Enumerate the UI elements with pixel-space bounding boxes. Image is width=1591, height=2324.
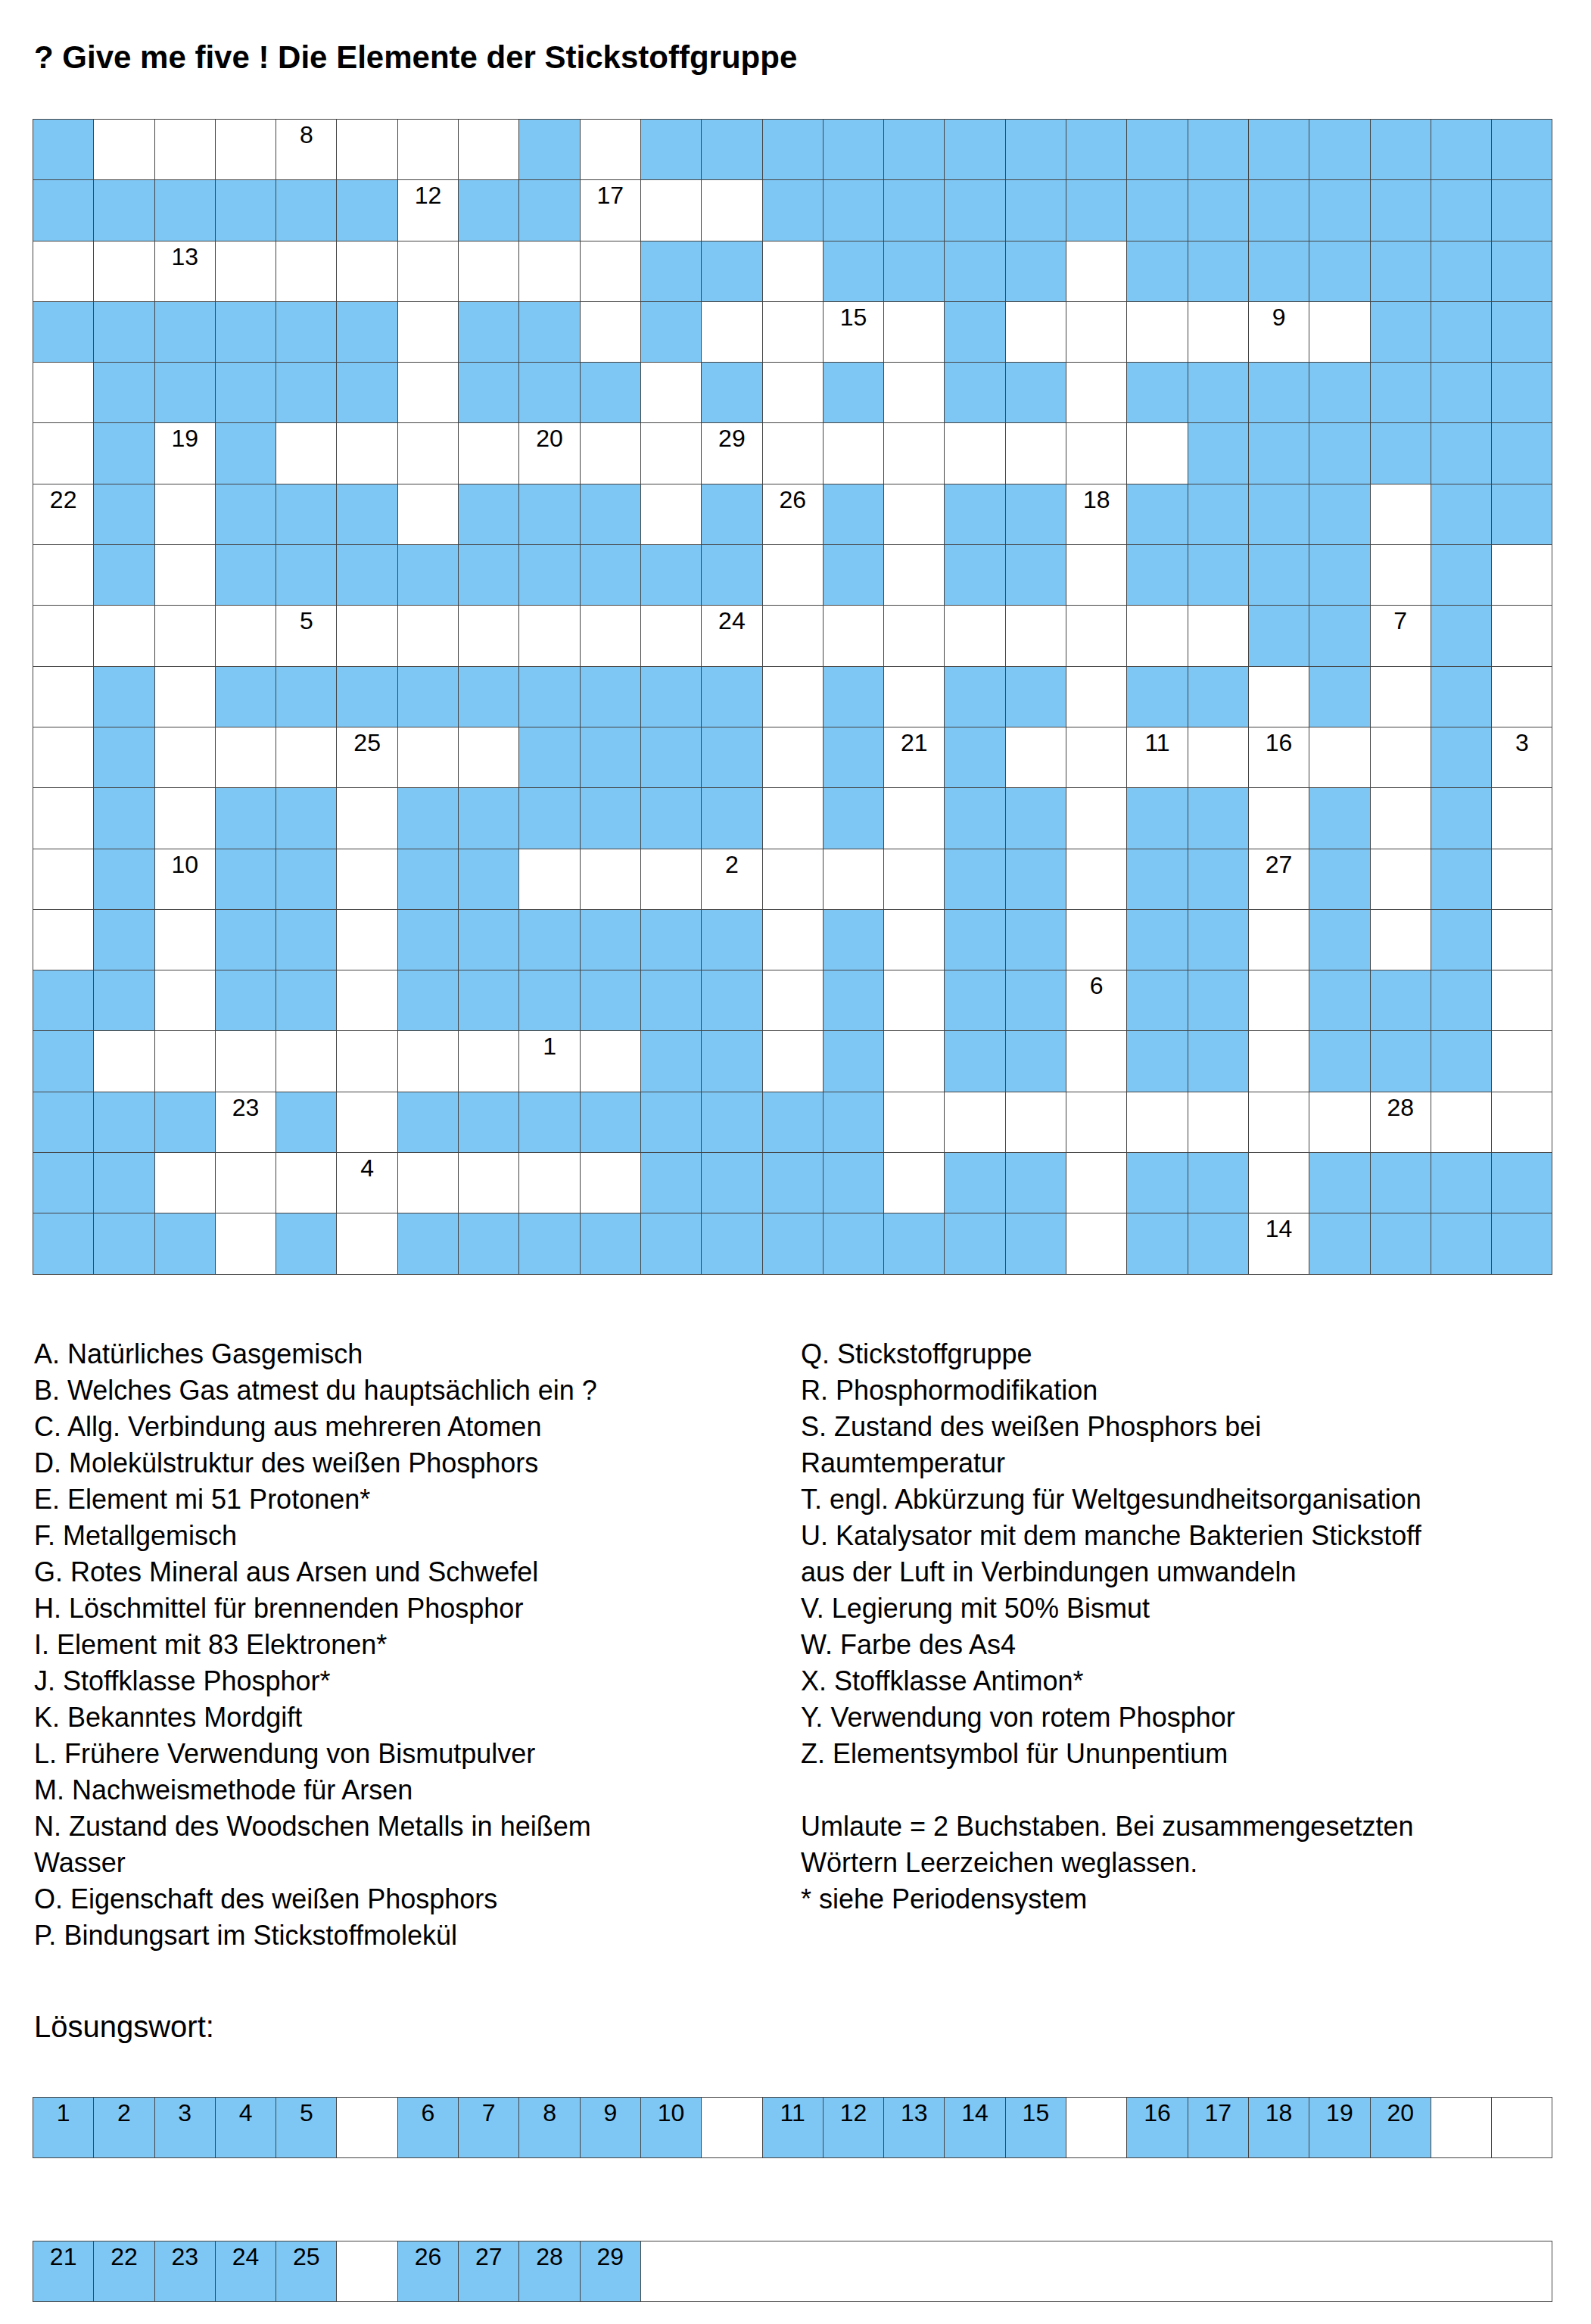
solution-strip-1: 1234567891011121314151617181920 <box>33 2097 1552 2158</box>
grid-cell[interactable] <box>398 606 459 666</box>
grid-cell[interactable] <box>1492 788 1552 849</box>
grid-cell[interactable] <box>1066 788 1127 849</box>
grid-cell[interactable] <box>702 180 762 241</box>
grid-cell[interactable] <box>155 970 216 1031</box>
grid-cell[interactable] <box>884 1092 945 1153</box>
grid-cell[interactable] <box>276 1031 337 1092</box>
grid-cell-blocked <box>33 120 94 180</box>
grid-cell[interactable] <box>155 606 216 666</box>
grid-cell-blocked <box>1006 545 1066 606</box>
grid-cell[interactable] <box>884 606 945 666</box>
grid-cell[interactable] <box>1309 727 1370 788</box>
solution-letter-cell[interactable]: 23 <box>155 2241 216 2302</box>
solution-letter-cell[interactable]: 17 <box>1188 2098 1249 2158</box>
grid-cell-blocked <box>216 363 276 423</box>
grid-cell[interactable] <box>641 423 702 484</box>
solution-letter-cell[interactable]: 18 <box>1249 2098 1309 2158</box>
grid-cell[interactable] <box>94 120 154 180</box>
grid-cell[interactable] <box>459 241 519 302</box>
grid-cell[interactable] <box>1066 849 1127 910</box>
grid-cell[interactable] <box>155 484 216 545</box>
grid-cell-blocked <box>1431 302 1492 363</box>
solution-letter-cell[interactable]: 25 <box>276 2241 337 2302</box>
grid-cell[interactable] <box>763 849 824 910</box>
grid-cell-blocked <box>1371 423 1431 484</box>
grid-cell[interactable] <box>459 1153 519 1213</box>
grid-cell[interactable] <box>519 241 580 302</box>
grid-cell-blocked <box>1006 970 1066 1031</box>
grid-cell[interactable] <box>155 120 216 180</box>
grid-cell[interactable] <box>1066 302 1127 363</box>
grid-cell[interactable] <box>763 727 824 788</box>
grid-cell[interactable] <box>884 545 945 606</box>
grid-cell[interactable] <box>1066 423 1127 484</box>
grid-cell[interactable] <box>1006 423 1066 484</box>
grid-cell-blocked <box>398 910 459 970</box>
grid-cell[interactable]: 19 <box>155 423 216 484</box>
grid-cell[interactable] <box>398 727 459 788</box>
grid-cell-blocked <box>1371 241 1431 302</box>
grid-cell[interactable] <box>33 788 94 849</box>
grid-cell[interactable] <box>155 910 216 970</box>
grid-cell-blocked <box>94 545 154 606</box>
grid-cell[interactable] <box>1066 241 1127 302</box>
grid-cell[interactable] <box>519 849 580 910</box>
cell-number: 26 <box>398 2241 458 2269</box>
solution-letter-cell[interactable]: 2 <box>94 2098 154 2158</box>
clue-line: Wasser <box>34 1845 791 1881</box>
grid-cell[interactable] <box>1492 849 1552 910</box>
grid-cell[interactable] <box>763 545 824 606</box>
grid-cell[interactable] <box>884 849 945 910</box>
grid-cell[interactable] <box>33 910 94 970</box>
grid-cell[interactable]: 1 <box>519 1031 580 1092</box>
grid-cell[interactable] <box>1492 910 1552 970</box>
grid-cell[interactable] <box>884 910 945 970</box>
grid-cell[interactable]: 12 <box>398 180 459 241</box>
grid-cell-blocked <box>1127 180 1188 241</box>
solution-letter-cell[interactable]: 20 <box>1371 2098 1431 2158</box>
grid-cell[interactable] <box>824 606 884 666</box>
grid-cell[interactable] <box>1249 1153 1309 1213</box>
grid-cell[interactable] <box>1309 1092 1370 1153</box>
grid-cell[interactable] <box>459 606 519 666</box>
grid-cell[interactable] <box>33 849 94 910</box>
grid-cell-blocked <box>33 1031 94 1092</box>
grid-cell[interactable] <box>581 241 641 302</box>
grid-cell[interactable] <box>1066 1092 1127 1153</box>
grid-cell[interactable] <box>884 484 945 545</box>
cell-number: 1 <box>33 2098 93 2125</box>
grid-cell-blocked <box>519 667 580 727</box>
grid-cell-blocked <box>945 970 1005 1031</box>
grid-cell[interactable] <box>1249 910 1309 970</box>
grid-cell[interactable]: 4 <box>337 1153 397 1213</box>
grid-cell[interactable] <box>884 302 945 363</box>
grid-cell[interactable] <box>1249 667 1309 727</box>
solution-letter-cell[interactable]: 27 <box>459 2241 519 2302</box>
cell-number: 24 <box>216 2241 276 2269</box>
grid-cell-blocked <box>945 180 1005 241</box>
grid-cell-blocked <box>641 1092 702 1153</box>
solution-letter-cell[interactable]: 15 <box>1006 2098 1066 2158</box>
grid-cell[interactable] <box>1492 606 1552 666</box>
cell-number: 9 <box>581 2098 640 2125</box>
grid-cell[interactable] <box>33 727 94 788</box>
grid-cell-blocked <box>1431 1153 1492 1213</box>
solution-gap-cell <box>337 2241 397 2302</box>
grid-cell[interactable]: 15 <box>824 302 884 363</box>
grid-cell-blocked <box>276 970 337 1031</box>
grid-cell[interactable] <box>1492 970 1552 1031</box>
grid-cell-blocked <box>94 302 154 363</box>
grid-cell[interactable] <box>1188 1092 1249 1153</box>
solution-letter-cell[interactable]: 16 <box>1127 2098 1188 2158</box>
grid-cell[interactable] <box>94 1031 154 1092</box>
grid-cell[interactable] <box>94 241 154 302</box>
clue-line: R. Phosphormodifikation <box>801 1372 1580 1409</box>
grid-cell-blocked <box>276 849 337 910</box>
grid-cell[interactable] <box>398 484 459 545</box>
grid-cell[interactable] <box>763 910 824 970</box>
grid-cell[interactable]: 13 <box>155 241 216 302</box>
grid-cell[interactable] <box>216 1153 276 1213</box>
grid-cell[interactable]: 11 <box>1127 727 1188 788</box>
solution-letter-cell[interactable]: 19 <box>1309 2098 1370 2158</box>
grid-cell[interactable] <box>398 302 459 363</box>
grid-cell-blocked <box>641 302 702 363</box>
grid-cell-blocked <box>1309 484 1370 545</box>
grid-cell[interactable] <box>519 1153 580 1213</box>
grid-cell[interactable] <box>1006 1092 1066 1153</box>
grid-cell[interactable] <box>33 606 94 666</box>
grid-cell[interactable] <box>1371 910 1431 970</box>
grid-cell[interactable] <box>1127 302 1188 363</box>
grid-cell[interactable] <box>581 849 641 910</box>
solution-letter-cell[interactable]: 11 <box>763 2098 824 2158</box>
grid-cell[interactable] <box>763 606 824 666</box>
grid-cell[interactable] <box>1249 970 1309 1031</box>
grid-cell[interactable] <box>1127 606 1188 666</box>
clue-line: J. Stoffklasse Phosphor* <box>34 1663 791 1699</box>
grid-cell[interactable]: 6 <box>1066 970 1127 1031</box>
grid-cell[interactable] <box>33 241 94 302</box>
grid-cell[interactable]: 16 <box>1249 727 1309 788</box>
grid-cell-blocked <box>763 1213 824 1274</box>
grid-cell[interactable] <box>398 1153 459 1213</box>
grid-cell[interactable]: 25 <box>337 727 397 788</box>
grid-cell[interactable]: 7 <box>1371 606 1431 666</box>
grid-cell[interactable] <box>1066 1213 1127 1274</box>
grid-cell[interactable] <box>1127 1092 1188 1153</box>
solution-letter-cell[interactable]: 10 <box>641 2098 702 2158</box>
grid-cell[interactable] <box>459 727 519 788</box>
clue-line: D. Molekülstruktur des weißen Phosphors <box>34 1445 791 1481</box>
grid-cell[interactable] <box>763 363 824 423</box>
grid-cell-blocked <box>459 910 519 970</box>
grid-cell[interactable] <box>945 606 1005 666</box>
grid-cell[interactable] <box>1188 302 1249 363</box>
grid-cell-blocked <box>884 1213 945 1274</box>
grid-cell[interactable] <box>216 1213 276 1274</box>
grid-cell[interactable] <box>155 545 216 606</box>
grid-cell[interactable]: 21 <box>884 727 945 788</box>
grid-cell[interactable] <box>1492 667 1552 727</box>
grid-cell[interactable] <box>337 788 397 849</box>
grid-cell[interactable] <box>33 667 94 727</box>
grid-cell[interactable] <box>884 1153 945 1213</box>
grid-cell[interactable] <box>763 241 824 302</box>
cell-number: 9 <box>1249 302 1309 329</box>
grid-cell-blocked <box>519 484 580 545</box>
cell-number: 23 <box>216 1092 276 1120</box>
grid-cell-blocked <box>945 545 1005 606</box>
grid-cell[interactable] <box>763 788 824 849</box>
solution-letter-cell[interactable]: 5 <box>276 2098 337 2158</box>
grid-cell[interactable] <box>398 423 459 484</box>
grid-cell[interactable] <box>155 1153 216 1213</box>
grid-cell[interactable] <box>276 241 337 302</box>
grid-cell[interactable]: 3 <box>1492 727 1552 788</box>
grid-cell[interactable] <box>763 1031 824 1092</box>
grid-cell[interactable]: 28 <box>1371 1092 1431 1153</box>
grid-cell[interactable] <box>1371 545 1431 606</box>
grid-cell[interactable] <box>33 545 94 606</box>
grid-cell[interactable] <box>1006 302 1066 363</box>
grid-cell[interactable] <box>581 606 641 666</box>
grid-cell[interactable] <box>1066 545 1127 606</box>
grid-cell[interactable] <box>216 241 276 302</box>
grid-cell[interactable]: 5 <box>276 606 337 666</box>
grid-cell[interactable] <box>337 849 397 910</box>
grid-cell[interactable] <box>884 1031 945 1092</box>
grid-cell[interactable]: 20 <box>519 423 580 484</box>
grid-cell[interactable] <box>1066 363 1127 423</box>
cell-number: 3 <box>1492 727 1552 755</box>
grid-cell[interactable]: 9 <box>1249 302 1309 363</box>
grid-cell[interactable] <box>337 910 397 970</box>
grid-cell[interactable] <box>1492 1092 1552 1153</box>
grid-cell[interactable]: 14 <box>1249 1213 1309 1274</box>
grid-cell[interactable]: 27 <box>1249 849 1309 910</box>
grid-cell-blocked <box>1188 970 1249 1031</box>
grid-cell[interactable] <box>398 120 459 180</box>
grid-cell[interactable] <box>763 667 824 727</box>
grid-cell[interactable] <box>155 788 216 849</box>
grid-cell[interactable] <box>763 423 824 484</box>
grid-cell[interactable] <box>1127 423 1188 484</box>
grid-cell[interactable] <box>945 1092 1005 1153</box>
clue-line: B. Welches Gas atmest du hauptsächlich e… <box>34 1372 791 1409</box>
solution-letter-cell[interactable]: 14 <box>945 2098 1005 2158</box>
grid-cell-blocked <box>276 1213 337 1274</box>
grid-cell[interactable] <box>1066 1153 1127 1213</box>
grid-cell[interactable] <box>884 363 945 423</box>
grid-cell[interactable] <box>641 849 702 910</box>
grid-cell[interactable] <box>1371 788 1431 849</box>
solution-letter-cell[interactable]: 24 <box>216 2241 276 2302</box>
grid-cell[interactable] <box>884 667 945 727</box>
solution-letter-cell[interactable]: 21 <box>33 2241 94 2302</box>
grid-cell[interactable]: 8 <box>276 120 337 180</box>
grid-cell[interactable] <box>216 120 276 180</box>
grid-cell[interactable] <box>459 423 519 484</box>
grid-cell[interactable] <box>519 606 580 666</box>
grid-cell[interactable] <box>1066 606 1127 666</box>
grid-cell-blocked <box>216 180 276 241</box>
grid-cell[interactable] <box>1066 667 1127 727</box>
grid-cell-blocked <box>1188 120 1249 180</box>
grid-cell[interactable] <box>763 970 824 1031</box>
solution-letter-cell[interactable]: 22 <box>94 2241 154 2302</box>
grid-cell[interactable]: 17 <box>581 180 641 241</box>
grid-cell[interactable] <box>216 606 276 666</box>
grid-cell[interactable] <box>1371 667 1431 727</box>
solution-letter-cell[interactable]: 1 <box>33 2098 94 2158</box>
grid-cell[interactable] <box>884 788 945 849</box>
grid-cell[interactable] <box>1371 727 1431 788</box>
grid-cell[interactable] <box>1066 1031 1127 1092</box>
grid-cell-blocked <box>1309 423 1370 484</box>
grid-cell[interactable] <box>276 1153 337 1213</box>
grid-cell[interactable] <box>33 423 94 484</box>
grid-cell[interactable] <box>337 1213 397 1274</box>
grid-cell-blocked <box>763 180 824 241</box>
grid-cell[interactable] <box>1249 1031 1309 1092</box>
solution-word-label: Lösungswort: <box>34 2010 214 2044</box>
grid-cell[interactable] <box>1006 727 1066 788</box>
grid-cell[interactable]: 24 <box>702 606 762 666</box>
grid-cell-blocked <box>581 788 641 849</box>
grid-cell[interactable] <box>459 1031 519 1092</box>
grid-cell[interactable] <box>945 423 1005 484</box>
grid-cell[interactable]: 23 <box>216 1092 276 1153</box>
grid-cell[interactable] <box>337 241 397 302</box>
solution-letter-cell[interactable]: 29 <box>581 2241 641 2302</box>
grid-cell-blocked <box>1431 180 1492 241</box>
grid-cell[interactable] <box>1249 1092 1309 1153</box>
grid-cell[interactable] <box>702 302 762 363</box>
grid-cell-blocked <box>216 545 276 606</box>
grid-cell[interactable]: 18 <box>1066 484 1127 545</box>
grid-cell[interactable] <box>459 120 519 180</box>
grid-cell[interactable] <box>337 970 397 1031</box>
grid-cell[interactable] <box>94 606 154 666</box>
solution-letter-cell[interactable]: 13 <box>884 2098 945 2158</box>
grid-cell[interactable] <box>884 970 945 1031</box>
solution-letter-cell[interactable]: 8 <box>519 2098 580 2158</box>
clue-line: Umlaute = 2 Buchstaben. Bei zusammengese… <box>801 1808 1580 1845</box>
grid-cell[interactable]: 22 <box>33 484 94 545</box>
grid-cell[interactable]: 2 <box>702 849 762 910</box>
grid-cell[interactable] <box>1066 727 1127 788</box>
grid-cell[interactable]: 10 <box>155 849 216 910</box>
solution-letter-cell[interactable]: 4 <box>216 2098 276 2158</box>
grid-cell[interactable] <box>155 727 216 788</box>
grid-cell[interactable] <box>763 302 824 363</box>
grid-cell-blocked <box>1066 120 1127 180</box>
grid-cell-blocked <box>1188 423 1249 484</box>
grid-cell[interactable] <box>641 180 702 241</box>
grid-cell[interactable] <box>337 1092 397 1153</box>
grid-cell[interactable] <box>337 1031 397 1092</box>
grid-cell[interactable] <box>641 363 702 423</box>
grid-cell[interactable] <box>1066 910 1127 970</box>
grid-cell[interactable] <box>824 423 884 484</box>
grid-cell[interactable] <box>1188 727 1249 788</box>
grid-cell-blocked <box>1006 1031 1066 1092</box>
grid-cell-blocked <box>1006 484 1066 545</box>
grid-cell-blocked <box>519 1092 580 1153</box>
solution-letter-cell[interactable]: 28 <box>519 2241 580 2302</box>
grid-cell[interactable]: 26 <box>763 484 824 545</box>
grid-cell[interactable]: 29 <box>702 423 762 484</box>
grid-cell[interactable] <box>155 667 216 727</box>
solution-letter-cell[interactable]: 7 <box>459 2098 519 2158</box>
grid-cell[interactable] <box>884 423 945 484</box>
solution-letter-cell[interactable]: 6 <box>398 2098 459 2158</box>
grid-cell[interactable] <box>398 241 459 302</box>
grid-cell[interactable] <box>276 423 337 484</box>
grid-cell-blocked <box>1431 423 1492 484</box>
grid-cell[interactable] <box>398 363 459 423</box>
grid-cell[interactable] <box>1492 1031 1552 1092</box>
grid-cell[interactable] <box>581 423 641 484</box>
cell-number: 11 <box>763 2098 823 2125</box>
grid-cell[interactable] <box>1006 606 1066 666</box>
grid-cell[interactable] <box>337 423 397 484</box>
grid-cell-blocked <box>1127 545 1188 606</box>
grid-cell-blocked <box>459 180 519 241</box>
solution-letter-cell[interactable]: 9 <box>581 2098 641 2158</box>
clue-line: X. Stoffklasse Antimon* <box>801 1663 1580 1699</box>
grid-cell-blocked <box>337 484 397 545</box>
cell-number: 7 <box>459 2098 518 2125</box>
grid-cell[interactable] <box>581 302 641 363</box>
grid-cell[interactable] <box>1249 788 1309 849</box>
grid-cell[interactable] <box>276 727 337 788</box>
grid-cell[interactable] <box>581 1031 641 1092</box>
grid-cell[interactable] <box>398 1031 459 1092</box>
grid-cell[interactable] <box>216 727 276 788</box>
grid-cell-blocked <box>155 363 216 423</box>
solution-letter-cell[interactable]: 26 <box>398 2241 459 2302</box>
clue-line: I. Element mit 83 Elektronen* <box>34 1627 791 1663</box>
grid-cell[interactable] <box>337 606 397 666</box>
grid-cell[interactable] <box>216 1031 276 1092</box>
grid-cell[interactable] <box>1492 545 1552 606</box>
grid-cell[interactable] <box>33 363 94 423</box>
grid-cell[interactable] <box>824 849 884 910</box>
grid-cell[interactable] <box>1371 484 1431 545</box>
grid-cell-blocked <box>1492 180 1552 241</box>
cell-number: 15 <box>824 302 883 329</box>
grid-cell[interactable] <box>1371 849 1431 910</box>
solution-letter-cell[interactable]: 12 <box>824 2098 884 2158</box>
grid-cell[interactable] <box>641 606 702 666</box>
grid-cell[interactable] <box>155 1031 216 1092</box>
grid-cell[interactable] <box>1309 302 1370 363</box>
grid-cell[interactable] <box>581 120 641 180</box>
grid-cell[interactable] <box>337 120 397 180</box>
grid-cell-blocked <box>1006 363 1066 423</box>
grid-cell[interactable] <box>1431 1092 1492 1153</box>
grid-cell[interactable] <box>641 484 702 545</box>
solution-letter-cell[interactable]: 3 <box>155 2098 216 2158</box>
grid-cell[interactable] <box>1188 606 1249 666</box>
grid-cell-blocked <box>398 849 459 910</box>
grid-cell[interactable] <box>581 1153 641 1213</box>
